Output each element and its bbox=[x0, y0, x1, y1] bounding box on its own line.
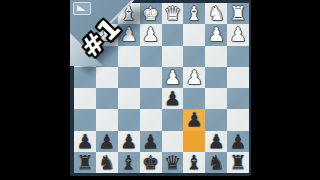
square-a2[interactable]: ♟ bbox=[227, 24, 249, 45]
square-c2[interactable] bbox=[183, 24, 205, 45]
black-queen: ♛ bbox=[164, 151, 181, 172]
square-b5[interactable] bbox=[205, 88, 227, 109]
black-pawn: ♟ bbox=[76, 130, 93, 151]
square-d3[interactable] bbox=[162, 46, 184, 67]
white-pawn: ♟ bbox=[208, 24, 225, 45]
square-b7[interactable]: ♟ bbox=[205, 131, 227, 152]
black-bishop: ♝ bbox=[120, 151, 137, 172]
square-d5[interactable]: ♟ bbox=[162, 88, 184, 109]
black-pawn: ♟ bbox=[98, 130, 115, 151]
white-knight: ♞ bbox=[208, 3, 225, 24]
square-b3[interactable] bbox=[205, 46, 227, 67]
thumbnail-canvas: ♜♞♝♚♛♝♞♜♟♟♟♟♟♟♟♟♟♟♟♟♟♟♟♟♜♞♝♚♛♝♞♜ #1 bbox=[0, 0, 320, 180]
square-b1[interactable]: ♞ bbox=[205, 3, 227, 24]
square-b4[interactable] bbox=[205, 67, 227, 88]
square-c1[interactable]: ♝ bbox=[183, 3, 205, 24]
black-pawn: ♟ bbox=[208, 130, 225, 151]
square-a6[interactable] bbox=[227, 109, 249, 130]
square-b2[interactable]: ♟ bbox=[205, 24, 227, 45]
square-a8[interactable]: ♜ bbox=[227, 152, 249, 173]
square-e7[interactable]: ♟ bbox=[140, 131, 162, 152]
square-a3[interactable] bbox=[227, 46, 249, 67]
white-pawn: ♟ bbox=[230, 24, 247, 45]
square-c7[interactable] bbox=[183, 131, 205, 152]
square-f5[interactable] bbox=[118, 88, 140, 109]
square-g6[interactable] bbox=[96, 109, 118, 130]
square-f8[interactable]: ♝ bbox=[118, 152, 140, 173]
square-e4[interactable] bbox=[140, 67, 162, 88]
square-b8[interactable]: ♞ bbox=[205, 152, 227, 173]
white-queen: ♛ bbox=[164, 3, 181, 24]
square-d2[interactable] bbox=[162, 24, 184, 45]
square-a1[interactable]: ♜ bbox=[227, 3, 249, 24]
black-pawn: ♟ bbox=[164, 88, 181, 109]
square-d6[interactable] bbox=[162, 109, 184, 130]
black-pawn: ♟ bbox=[142, 130, 159, 151]
black-knight: ♞ bbox=[98, 151, 115, 172]
square-b6[interactable] bbox=[205, 109, 227, 130]
square-c8[interactable]: ♝ bbox=[183, 152, 205, 173]
white-rook: ♜ bbox=[230, 3, 247, 24]
square-e8[interactable]: ♚ bbox=[140, 152, 162, 173]
black-pawn: ♟ bbox=[186, 109, 203, 130]
square-c3[interactable] bbox=[183, 46, 205, 67]
square-c6[interactable]: ♟ bbox=[183, 109, 205, 130]
square-f7[interactable]: ♟ bbox=[118, 131, 140, 152]
black-rook: ♜ bbox=[76, 151, 93, 172]
white-pawn: ♟ bbox=[164, 66, 181, 87]
square-h6[interactable] bbox=[74, 109, 96, 130]
square-e5[interactable] bbox=[140, 88, 162, 109]
white-pawn: ♟ bbox=[186, 66, 203, 87]
black-pawn: ♟ bbox=[230, 130, 247, 151]
square-h5[interactable] bbox=[74, 88, 96, 109]
letterbox-right bbox=[251, 0, 320, 180]
square-g7[interactable]: ♟ bbox=[96, 131, 118, 152]
chess-board: ♜♞♝♚♛♝♞♜♟♟♟♟♟♟♟♟♟♟♟♟♟♟♟♟♜♞♝♚♛♝♞♜ #1 bbox=[70, 0, 251, 176]
square-a5[interactable] bbox=[227, 88, 249, 109]
square-f6[interactable] bbox=[118, 109, 140, 130]
square-h8[interactable]: ♜ bbox=[74, 152, 96, 173]
square-g5[interactable] bbox=[96, 88, 118, 109]
black-rook: ♜ bbox=[230, 151, 247, 172]
black-knight: ♞ bbox=[208, 151, 225, 172]
square-f4[interactable] bbox=[118, 67, 140, 88]
square-d4[interactable]: ♟ bbox=[162, 67, 184, 88]
square-a7[interactable]: ♟ bbox=[227, 131, 249, 152]
square-d1[interactable]: ♛ bbox=[162, 3, 184, 24]
letterbox-left bbox=[0, 0, 70, 180]
square-c5[interactable] bbox=[183, 88, 205, 109]
square-d7[interactable] bbox=[162, 131, 184, 152]
square-d8[interactable]: ♛ bbox=[162, 152, 184, 173]
square-e6[interactable] bbox=[140, 109, 162, 130]
black-pawn: ♟ bbox=[120, 130, 137, 151]
square-h7[interactable]: ♟ bbox=[74, 131, 96, 152]
square-c4[interactable]: ♟ bbox=[183, 67, 205, 88]
white-bishop: ♝ bbox=[186, 3, 203, 24]
black-bishop: ♝ bbox=[186, 151, 203, 172]
square-a4[interactable] bbox=[227, 67, 249, 88]
square-e3[interactable] bbox=[140, 46, 162, 67]
square-g8[interactable]: ♞ bbox=[96, 152, 118, 173]
black-king: ♚ bbox=[142, 151, 159, 172]
